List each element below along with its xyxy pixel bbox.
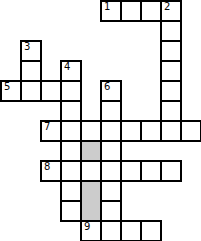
cell-9-3[interactable] [60, 180, 82, 202]
cell-4-2[interactable] [40, 80, 62, 102]
cell-11-5[interactable] [100, 220, 122, 241]
cell-3-1[interactable] [20, 60, 42, 82]
clue-number-7: 7 [44, 122, 50, 132]
cell-4-8[interactable] [160, 80, 182, 102]
cell-5-3[interactable] [60, 100, 82, 122]
clue-number-8: 8 [44, 162, 50, 172]
cell-9-5[interactable] [100, 180, 122, 202]
cell-7-5[interactable] [100, 140, 122, 162]
cell-0-6[interactable] [120, 0, 142, 22]
cell-2-1[interactable]: 3 [20, 40, 42, 62]
cell-6-7[interactable] [140, 120, 162, 142]
cell-10-5[interactable] [100, 200, 122, 222]
cell-5-8[interactable] [160, 100, 182, 122]
cell-6-2[interactable]: 7 [40, 120, 62, 142]
cell-8-3[interactable] [60, 160, 82, 182]
cell-8-7[interactable] [140, 160, 162, 182]
clue-number-5: 5 [4, 82, 10, 92]
cell-8-4[interactable] [80, 160, 102, 182]
cell-6-3[interactable] [60, 120, 82, 142]
cell-1-8[interactable] [160, 20, 182, 42]
cell-6-4[interactable] [80, 120, 102, 142]
shaded-cell-9-4[interactable] [80, 180, 102, 222]
cell-6-9[interactable] [180, 120, 201, 142]
cell-8-5[interactable] [100, 160, 122, 182]
cell-8-8[interactable] [160, 160, 182, 182]
cell-11-6[interactable] [120, 220, 142, 241]
clue-number-6: 6 [104, 82, 110, 92]
cell-11-4[interactable]: 9 [80, 220, 102, 241]
cell-0-8[interactable]: 2 [160, 0, 182, 22]
clue-number-9: 9 [84, 222, 90, 232]
cell-11-7[interactable] [140, 220, 162, 241]
cell-10-3[interactable] [60, 200, 82, 222]
cell-6-5[interactable] [100, 120, 122, 142]
cell-4-3[interactable] [60, 80, 82, 102]
cell-3-3[interactable]: 4 [60, 60, 82, 82]
cell-3-8[interactable] [160, 60, 182, 82]
page: 123456789 [0, 0, 201, 241]
cell-0-7[interactable] [140, 0, 162, 22]
cell-8-2[interactable]: 8 [40, 160, 62, 182]
cell-4-0[interactable]: 5 [0, 80, 22, 102]
cell-5-5[interactable] [100, 100, 122, 122]
cell-0-5[interactable]: 1 [100, 0, 122, 22]
cell-2-8[interactable] [160, 40, 182, 62]
cell-8-6[interactable] [120, 160, 142, 182]
cell-7-3[interactable] [60, 140, 82, 162]
clue-number-3: 3 [24, 42, 30, 52]
cell-6-8[interactable] [160, 120, 182, 142]
cell-4-1[interactable] [20, 80, 42, 102]
cell-4-5[interactable]: 6 [100, 80, 122, 102]
cell-6-6[interactable] [120, 120, 142, 142]
clue-number-4: 4 [64, 62, 70, 72]
crossword-board: 123456789 [0, 0, 201, 241]
clue-number-1: 1 [104, 2, 110, 12]
shaded-cell-7-4[interactable] [80, 140, 102, 162]
clue-number-2: 2 [164, 2, 170, 12]
